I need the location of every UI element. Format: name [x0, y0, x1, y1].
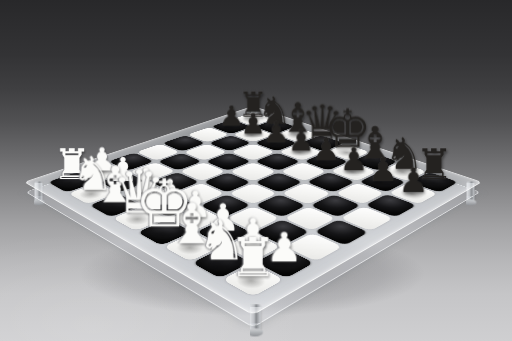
piece-black-pawn[interactable]: ♟: [382, 163, 444, 197]
square-h1[interactable]: ♜: [223, 264, 284, 297]
square-d5[interactable]: [230, 162, 276, 181]
piece-white-rook[interactable]: ♜: [215, 231, 292, 285]
bolt-foot-icon: [250, 304, 261, 331]
studio-backdrop: ♜♞♝♛♚♝♞♜♟♟♟♟♟♟♟♟♟♟♟♟♟♟♟♟♜♞♝♛♚♝♞♜: [0, 0, 512, 341]
